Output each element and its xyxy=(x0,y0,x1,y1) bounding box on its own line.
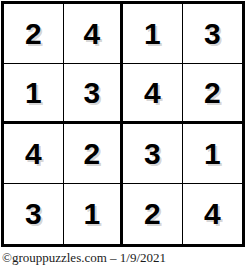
cell-r2c1: 1 xyxy=(4,64,64,124)
sudoku-diagram: 2413134242313124 ©grouppuzzles.com – 1/9… xyxy=(0,0,247,269)
cell-r1c1: 2 xyxy=(4,4,64,64)
cell-r2c3: 4 xyxy=(123,64,183,124)
cell-r4c1: 3 xyxy=(4,184,64,244)
cell-r3c2: 2 xyxy=(64,124,124,184)
cell-r1c2: 4 xyxy=(64,4,124,64)
footer-credit: ©grouppuzzles.com – 1/9/2021 xyxy=(2,250,166,266)
cell-r2c2: 3 xyxy=(64,64,124,124)
cell-r4c3: 2 xyxy=(123,184,183,244)
cell-r3c4: 1 xyxy=(183,124,243,184)
cell-r1c4: 3 xyxy=(183,4,243,64)
cell-r2c4: 2 xyxy=(183,64,243,124)
cell-r4c2: 1 xyxy=(64,184,124,244)
cell-r3c3: 3 xyxy=(123,124,183,184)
sudoku-board: 2413134242313124 xyxy=(1,1,245,247)
cell-r4c4: 4 xyxy=(183,184,243,244)
cell-r1c3: 1 xyxy=(123,4,183,64)
cell-r3c1: 4 xyxy=(4,124,64,184)
